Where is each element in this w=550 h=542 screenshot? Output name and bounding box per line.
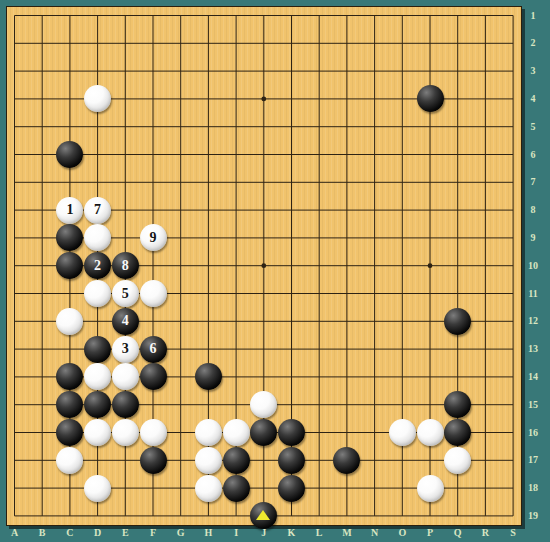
column-label: C <box>60 527 80 539</box>
column-label: H <box>198 527 218 539</box>
column-label: Q <box>448 527 468 539</box>
black-stone <box>56 252 83 279</box>
black-stone <box>56 363 83 390</box>
black-stone: 4 <box>112 308 139 335</box>
black-stone <box>56 391 83 418</box>
row-label: 9 <box>521 232 545 244</box>
white-stone <box>444 447 471 474</box>
black-stone <box>140 363 167 390</box>
black-stone <box>444 419 471 446</box>
black-stone: 2 <box>84 252 111 279</box>
black-stone <box>84 336 111 363</box>
white-stone: 9 <box>140 224 167 251</box>
column-label: I <box>226 527 246 539</box>
move-number: 9 <box>140 224 167 251</box>
white-stone <box>56 308 83 335</box>
triangle-marker <box>256 510 270 520</box>
white-stone <box>112 363 139 390</box>
column-label: A <box>5 527 25 539</box>
white-stone <box>140 280 167 307</box>
white-stone <box>223 419 250 446</box>
black-stone <box>223 475 250 502</box>
move-number: 5 <box>112 280 139 307</box>
black-stone <box>417 85 444 112</box>
white-stone: 5 <box>112 280 139 307</box>
column-label: D <box>88 527 108 539</box>
white-stone: 3 <box>112 336 139 363</box>
row-label: 18 <box>521 482 545 494</box>
white-stone: 1 <box>56 197 83 224</box>
move-number: 1 <box>56 197 83 224</box>
row-label: 2 <box>521 37 545 49</box>
stones-layer: 179285436 <box>7 7 521 525</box>
row-label: 15 <box>521 399 545 411</box>
go-board[interactable]: 179285436 <box>6 6 522 526</box>
move-number: 4 <box>112 308 139 335</box>
black-stone <box>223 447 250 474</box>
column-label: B <box>32 527 52 539</box>
row-label: 14 <box>521 371 545 383</box>
column-label: R <box>475 527 495 539</box>
column-label: L <box>309 527 329 539</box>
white-stone <box>195 475 222 502</box>
white-stone <box>84 419 111 446</box>
black-stone <box>56 419 83 446</box>
row-label: 19 <box>521 510 545 522</box>
go-diagram: 179285436 ABCDEFGHIJKLMNOPQRS 1234567891… <box>0 0 550 542</box>
column-label: M <box>337 527 357 539</box>
column-label: N <box>365 527 385 539</box>
black-stone <box>278 475 305 502</box>
white-stone <box>84 475 111 502</box>
row-label: 7 <box>521 176 545 188</box>
column-label: K <box>282 527 302 539</box>
black-stone <box>250 502 277 529</box>
move-number: 6 <box>140 336 167 363</box>
column-label: J <box>254 527 274 539</box>
column-label: P <box>420 527 440 539</box>
row-label: 11 <box>521 288 545 300</box>
white-stone <box>84 224 111 251</box>
black-stone <box>140 447 167 474</box>
black-stone <box>56 224 83 251</box>
white-stone <box>417 475 444 502</box>
column-label: E <box>115 527 135 539</box>
black-stone: 6 <box>140 336 167 363</box>
black-stone <box>195 363 222 390</box>
column-label: F <box>143 527 163 539</box>
move-number: 8 <box>112 252 139 279</box>
row-label: 10 <box>521 260 545 272</box>
white-stone <box>112 419 139 446</box>
white-stone <box>250 391 277 418</box>
row-label: 17 <box>521 454 545 466</box>
row-label: 3 <box>521 65 545 77</box>
column-label: O <box>392 527 412 539</box>
move-number: 7 <box>84 197 111 224</box>
black-stone <box>56 141 83 168</box>
row-label: 5 <box>521 121 545 133</box>
move-number: 2 <box>84 252 111 279</box>
row-label: 13 <box>521 343 545 355</box>
row-label: 12 <box>521 315 545 327</box>
white-stone <box>84 85 111 112</box>
white-stone <box>195 419 222 446</box>
black-stone <box>444 308 471 335</box>
white-stone <box>56 447 83 474</box>
row-label: 6 <box>521 149 545 161</box>
row-label: 8 <box>521 204 545 216</box>
white-stone <box>84 280 111 307</box>
white-stone <box>84 363 111 390</box>
black-stone <box>84 391 111 418</box>
move-number: 3 <box>112 336 139 363</box>
white-stone <box>140 419 167 446</box>
column-label: S <box>503 527 523 539</box>
white-stone <box>389 419 416 446</box>
white-stone <box>417 419 444 446</box>
column-label: G <box>171 527 191 539</box>
row-label: 16 <box>521 427 545 439</box>
white-stone: 7 <box>84 197 111 224</box>
black-stone <box>250 419 277 446</box>
row-label: 1 <box>521 10 545 22</box>
black-stone <box>278 447 305 474</box>
black-stone <box>112 391 139 418</box>
black-stone <box>278 419 305 446</box>
black-stone: 8 <box>112 252 139 279</box>
row-label: 4 <box>521 93 545 105</box>
black-stone <box>444 391 471 418</box>
white-stone <box>195 447 222 474</box>
black-stone <box>333 447 360 474</box>
